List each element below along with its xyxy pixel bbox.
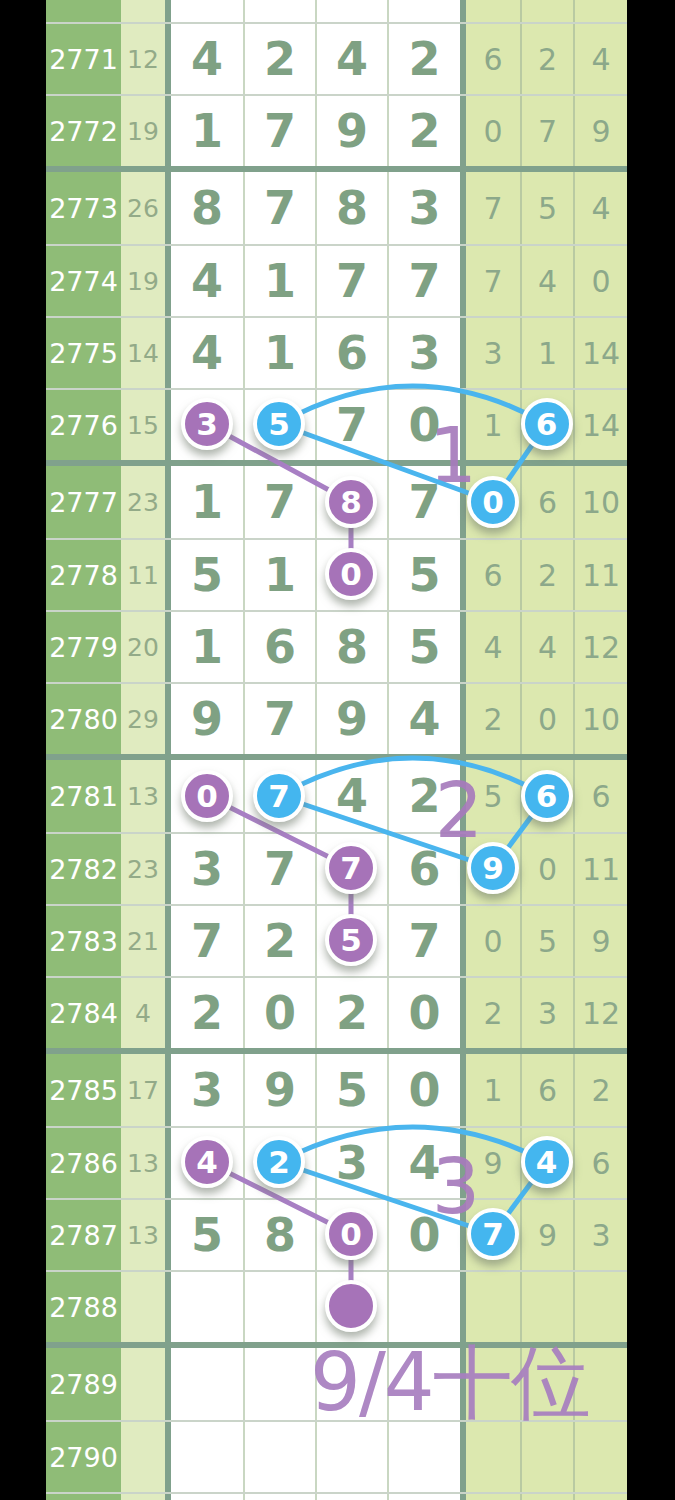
main-digit-cell: 9	[171, 684, 243, 754]
stat-cell: 3	[466, 318, 520, 388]
stat-cell: 3	[520, 978, 573, 1048]
main-digit-cell: 8	[171, 172, 243, 244]
stat-cell: 12	[573, 612, 627, 682]
main-digit-cell: 0	[387, 390, 460, 460]
trend-chart: 123 277112424262427721917920792773268783…	[46, 0, 627, 1500]
draw-number-cell: 2772	[46, 96, 121, 166]
stat-cell: 7	[466, 246, 520, 316]
main-digit-cell: 9	[243, 1054, 315, 1126]
sum-cell: 29	[121, 684, 165, 754]
stat-cell: 5	[520, 172, 573, 244]
draw-number-cell: 2788	[46, 1272, 121, 1342]
partial-row	[46, 1492, 627, 1500]
stat-cell: 9	[573, 906, 627, 976]
main-digit-cell: 8	[243, 1200, 315, 1270]
main-digit-cell: 1	[243, 318, 315, 388]
stat-cell: 7	[520, 96, 573, 166]
main-digit-cell	[315, 540, 387, 610]
draw-number-cell: 2776	[46, 390, 121, 460]
main-digit-cell: 5	[171, 1200, 243, 1270]
stat-cell: 6	[573, 1128, 627, 1198]
draw-number-cell: 2779	[46, 612, 121, 682]
stat-cell	[573, 0, 627, 22]
main-digit-cell: 2	[387, 24, 460, 94]
main-digit-cell: 3	[387, 318, 460, 388]
stat-cell: 9	[573, 96, 627, 166]
lottery-app-screenshot: { "game": "chinese-lottery-digit-trend-c…	[0, 0, 675, 1500]
stat-cell: 12	[573, 978, 627, 1048]
sum-cell: 21	[121, 906, 165, 976]
main-digit-cell	[243, 1348, 315, 1420]
draw-number-cell: 2786	[46, 1128, 121, 1198]
stat-cell: 7	[466, 172, 520, 244]
main-digit-cell: 3	[387, 172, 460, 244]
main-digit-cell: 6	[387, 834, 460, 904]
main-digit-cell	[171, 760, 243, 832]
table-row: 278321727059	[46, 904, 627, 976]
main-digit-cell: 4	[171, 24, 243, 94]
main-digit-cell: 6	[315, 318, 387, 388]
stat-cell	[466, 1494, 520, 1500]
main-digit-cell: 0	[387, 1054, 460, 1126]
stat-cell: 9	[466, 1128, 520, 1198]
main-digit-cell	[315, 1200, 387, 1270]
main-digit-cell	[171, 1272, 243, 1342]
prediction-label: 9/4十位	[310, 1330, 589, 1438]
main-digit-cell: 7	[387, 906, 460, 976]
stat-cell	[466, 834, 520, 904]
partial-row	[46, 0, 627, 22]
table-row: 278223376011	[46, 832, 627, 904]
main-digit-cell: 4	[171, 246, 243, 316]
main-digit-cell	[171, 1128, 243, 1198]
table-row: 2784420202312	[46, 976, 627, 1048]
stat-cell: 6	[520, 1054, 573, 1126]
stat-cell: 2	[466, 684, 520, 754]
main-digit-cell: 5	[387, 540, 460, 610]
table-row: 2771124242624	[46, 22, 627, 94]
main-digit-cell	[171, 1422, 243, 1492]
stat-cell: 6	[466, 24, 520, 94]
draw-number-cell: 2774	[46, 246, 121, 316]
main-digit-cell: 5	[315, 1054, 387, 1126]
main-digit-cell: 1	[243, 540, 315, 610]
sum-cell: 4	[121, 978, 165, 1048]
stat-cell: 4	[466, 612, 520, 682]
main-digit-cell	[171, 1348, 243, 1420]
main-digit-cell: 4	[315, 760, 387, 832]
draw-number-cell: 2778	[46, 540, 121, 610]
table-row: 2786133496	[46, 1126, 627, 1198]
main-digit-cell: 2	[243, 24, 315, 94]
main-digit-cell	[243, 1422, 315, 1492]
stat-cell: 5	[466, 760, 520, 832]
table-row: 2778115156211	[46, 538, 627, 610]
partial-row: 2781134256	[46, 760, 627, 832]
main-digit-cell	[243, 1272, 315, 1342]
main-digit-cell: 8	[315, 172, 387, 244]
main-digit-cell: 0	[387, 978, 460, 1048]
table-row: 2772191792079	[46, 94, 627, 166]
main-digit-cell: 6	[243, 612, 315, 682]
sum-cell: 26	[121, 172, 165, 244]
main-digit-cell	[387, 0, 460, 22]
main-digit-cell	[243, 0, 315, 22]
draw-number-cell: 2785	[46, 1054, 121, 1126]
draw-number-cell: 2789	[46, 1348, 121, 1420]
main-digit-cell: 9	[315, 684, 387, 754]
draw-number-cell: 2777	[46, 466, 121, 538]
sum-cell: 13	[121, 760, 165, 832]
stat-cell: 14	[573, 390, 627, 460]
main-digit-cell	[171, 0, 243, 22]
draw-number-cell: 2780	[46, 684, 121, 754]
draw-number-cell: 2775	[46, 318, 121, 388]
main-digit-cell: 7	[171, 906, 243, 976]
stat-cell: 4	[573, 24, 627, 94]
sum-cell: 23	[121, 466, 165, 538]
stat-cell: 1	[466, 390, 520, 460]
sum-cell: 13	[121, 1200, 165, 1270]
draw-number-cell: 2783	[46, 906, 121, 976]
main-digit-cell: 5	[387, 612, 460, 682]
partial-row: 277723177610	[46, 466, 627, 538]
stat-cell: 11	[573, 540, 627, 610]
stat-cell: 2	[520, 24, 573, 94]
stat-cell: 0	[520, 684, 573, 754]
main-digit-cell: 4	[315, 24, 387, 94]
table-row: 27792016854412	[46, 610, 627, 682]
stat-cell	[573, 1494, 627, 1500]
sum-cell: 17	[121, 1054, 165, 1126]
main-digit-cell: 7	[243, 172, 315, 244]
table-row: 2774194177740	[46, 244, 627, 316]
main-digit-cell: 1	[171, 96, 243, 166]
stat-cell: 4	[520, 246, 573, 316]
main-digit-cell: 7	[387, 466, 460, 538]
main-digit-cell: 3	[171, 834, 243, 904]
main-digit-cell: 2	[171, 978, 243, 1048]
main-digit-cell	[243, 1494, 315, 1500]
main-digit-cell: 7	[387, 246, 460, 316]
main-digit-cell	[315, 0, 387, 22]
main-digit-cell	[243, 390, 315, 460]
main-digit-cell: 8	[315, 612, 387, 682]
draw-number-cell: 2784	[46, 978, 121, 1048]
sum-cell: 11	[121, 540, 165, 610]
draw-number-cell: 2790	[46, 1422, 121, 1492]
sum-cell	[121, 1272, 165, 1342]
main-digit-cell	[315, 466, 387, 538]
main-digit-cell	[171, 390, 243, 460]
table-row: 27751441633114	[46, 316, 627, 388]
main-digit-cell: 7	[243, 96, 315, 166]
stat-cell: 0	[520, 834, 573, 904]
sum-cell: 19	[121, 96, 165, 166]
stat-cell: 0	[466, 906, 520, 976]
main-digit-cell	[243, 1128, 315, 1198]
main-digit-cell	[387, 1494, 460, 1500]
main-digit-cell: 4	[387, 684, 460, 754]
main-digit-cell	[315, 834, 387, 904]
sum-cell	[121, 1494, 165, 1500]
main-digit-cell: 7	[315, 246, 387, 316]
main-digit-cell: 1	[243, 246, 315, 316]
sum-cell: 13	[121, 1128, 165, 1198]
main-digit-cell: 0	[387, 1200, 460, 1270]
stat-cell: 1	[466, 1054, 520, 1126]
main-digit-cell: 1	[171, 612, 243, 682]
main-digit-cell: 3	[315, 1128, 387, 1198]
sum-cell: 20	[121, 612, 165, 682]
main-digit-cell: 4	[171, 318, 243, 388]
main-digit-cell	[315, 1494, 387, 1500]
stat-cell: 9	[520, 1200, 573, 1270]
draw-number-cell	[46, 0, 121, 22]
stat-cell: 1	[520, 318, 573, 388]
main-digit-cell: 5	[171, 540, 243, 610]
stat-cell: 2	[573, 1054, 627, 1126]
stat-cell	[520, 760, 573, 832]
main-digit-cell: 3	[171, 1054, 243, 1126]
stat-cell: 10	[573, 684, 627, 754]
sum-cell: 14	[121, 318, 165, 388]
chart-rows: 2771124242624277219179207927732687837542…	[46, 0, 627, 1500]
draw-number-cell	[46, 1494, 121, 1500]
main-digit-cell: 7	[243, 834, 315, 904]
draw-number-cell: 2781	[46, 760, 121, 832]
sum-cell: 12	[121, 24, 165, 94]
stat-cell: 2	[520, 540, 573, 610]
main-digit-cell: 4	[387, 1128, 460, 1198]
stat-cell	[520, 1128, 573, 1198]
stat-cell: 6	[466, 540, 520, 610]
stat-cell	[520, 390, 573, 460]
stat-cell: 6	[573, 760, 627, 832]
stat-cell	[520, 0, 573, 22]
stat-cell: 5	[520, 906, 573, 976]
stat-cell: 3	[573, 1200, 627, 1270]
main-digit-cell	[243, 760, 315, 832]
partial-row: 2773268783754	[46, 172, 627, 244]
sum-cell: 15	[121, 390, 165, 460]
table-row: 27761570114	[46, 388, 627, 460]
table-row: 27871358093	[46, 1198, 627, 1270]
stat-cell: 11	[573, 834, 627, 904]
sum-cell	[121, 1348, 165, 1420]
stat-cell: 10	[573, 466, 627, 538]
main-digit-cell: 1	[171, 466, 243, 538]
stat-cell: 4	[520, 612, 573, 682]
stat-cell: 6	[520, 466, 573, 538]
draw-number-cell: 2787	[46, 1200, 121, 1270]
main-digit-cell: 0	[243, 978, 315, 1048]
main-digit-cell: 2	[315, 978, 387, 1048]
stat-cell: 2	[466, 978, 520, 1048]
sum-cell	[121, 1422, 165, 1492]
partial-row: 2785173950162	[46, 1054, 627, 1126]
stat-cell	[466, 466, 520, 538]
stat-cell: 14	[573, 318, 627, 388]
sum-cell: 19	[121, 246, 165, 316]
stat-cell	[466, 1200, 520, 1270]
stat-cell	[520, 1494, 573, 1500]
main-digit-cell: 2	[387, 760, 460, 832]
main-digit-cell	[171, 1494, 243, 1500]
draw-number-cell: 2782	[46, 834, 121, 904]
main-digit-cell: 9	[315, 96, 387, 166]
main-digit-cell: 7	[243, 684, 315, 754]
main-digit-cell: 2	[243, 906, 315, 976]
main-digit-cell: 7	[243, 466, 315, 538]
draw-number-cell: 2771	[46, 24, 121, 94]
stat-cell: 0	[573, 246, 627, 316]
main-digit-cell: 7	[315, 390, 387, 460]
stat-cell: 4	[573, 172, 627, 244]
draw-number-cell: 2773	[46, 172, 121, 244]
main-digit-cell	[315, 906, 387, 976]
stat-cell: 0	[466, 96, 520, 166]
sum-cell	[121, 0, 165, 22]
sum-cell: 23	[121, 834, 165, 904]
table-row: 27802997942010	[46, 682, 627, 754]
stat-cell	[466, 0, 520, 22]
main-digit-cell: 2	[387, 96, 460, 166]
